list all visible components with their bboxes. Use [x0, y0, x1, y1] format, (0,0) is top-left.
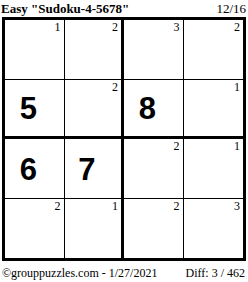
cell-r3c3[interactable]: 2	[124, 139, 184, 199]
corner-number: 3	[234, 199, 240, 213]
cell-r4c2[interactable]: 1	[65, 199, 125, 259]
cell-r1c4[interactable]: 2	[184, 20, 244, 80]
cell-r2c3: 8	[124, 80, 184, 140]
given-digit: 5	[20, 93, 37, 124]
header: Easy "Sudoku-4-5678" 12/16	[0, 0, 248, 17]
corner-number: 2	[174, 199, 180, 213]
corner-number: 2	[234, 20, 240, 34]
given-digit: 8	[139, 93, 156, 124]
cell-r4c1[interactable]: 2	[5, 199, 65, 259]
blank-counter: 12/16	[216, 1, 246, 16]
cell-r1c2[interactable]: 2	[65, 20, 125, 80]
cell-r3c1: 6	[5, 139, 65, 199]
cell-r4c4[interactable]: 3	[184, 199, 244, 259]
corner-number: 1	[234, 139, 240, 153]
given-digit: 6	[20, 154, 37, 185]
corner-number: 2	[112, 80, 118, 94]
cell-r2c1: 5	[5, 80, 65, 140]
cell-r4c3[interactable]: 2	[124, 199, 184, 259]
cell-r2c2[interactable]: 2	[65, 80, 125, 140]
corner-number: 2	[55, 199, 61, 213]
given-digit: 7	[78, 154, 95, 185]
cell-r1c3[interactable]: 3	[124, 20, 184, 80]
corner-number: 1	[234, 80, 240, 94]
sudoku-page: Easy "Sudoku-4-5678" 12/16 1232528167212…	[0, 0, 248, 282]
cell-r3c2: 7	[65, 139, 125, 199]
corner-number: 2	[112, 20, 118, 34]
puzzle-title: Easy "Sudoku-4-5678"	[1, 1, 129, 16]
corner-number: 2	[174, 139, 180, 153]
corner-number: 1	[112, 199, 118, 213]
cell-r3c4[interactable]: 1	[184, 139, 244, 199]
cell-r2c4[interactable]: 1	[184, 80, 244, 140]
corner-number: 3	[174, 20, 180, 34]
cell-r1c1[interactable]: 1	[5, 20, 65, 80]
difficulty-text: Diff: 3 / 462	[186, 265, 245, 281]
sudoku-board: 1232528167212123	[2, 17, 246, 261]
copyright-text: ©grouppuzzles.com - 1/27/2021	[2, 265, 157, 281]
footer: ©grouppuzzles.com - 1/27/2021 Diff: 3 / …	[0, 263, 248, 282]
corner-number: 1	[55, 20, 61, 34]
